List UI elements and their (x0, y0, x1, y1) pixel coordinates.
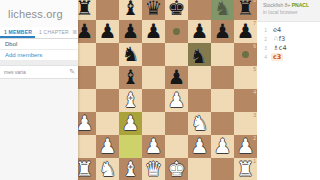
square-b2[interactable]: ♟ (96, 135, 119, 158)
square-f4[interactable] (188, 89, 211, 112)
rank-coordinate-7: 7 (253, 21, 256, 26)
square-c3[interactable]: ♟ (119, 112, 142, 135)
square-g1[interactable] (211, 158, 234, 180)
piece-black-pawn-f7[interactable]: ♟ (188, 20, 211, 43)
square-b7[interactable]: ♟ (96, 20, 119, 43)
square-h7[interactable]: ♟7 (234, 20, 257, 43)
square-f6[interactable]: ♞ (188, 43, 211, 66)
piece-white-pawn-c3[interactable]: ♟ (119, 112, 142, 135)
study-name-label: mes varia (0, 69, 69, 75)
member-row[interactable]: Dbol (0, 39, 78, 50)
square-h8[interactable]: ♜8 (234, 0, 257, 20)
move-list: 1e42♘f33♗c44c3 (257, 22, 320, 61)
square-f2[interactable]: ♟ (188, 135, 211, 158)
square-g5[interactable] (211, 66, 234, 89)
tab-members[interactable]: 1 MEMBER (0, 27, 35, 38)
piece-white-pawn-e4[interactable]: ♟ (165, 89, 188, 112)
piece-white-queen-d1[interactable]: ♛ (142, 158, 165, 180)
square-h3[interactable]: 3 (234, 112, 257, 135)
move-index: 1 (257, 27, 267, 33)
rank-coordinate-1: 1 (253, 159, 256, 164)
piece-white-pawn-g2[interactable]: ♟ (211, 135, 234, 158)
piece-black-pawn-b7[interactable]: ♟ (96, 20, 119, 43)
square-h4[interactable]: 4 (234, 89, 257, 112)
move-row-Nf3[interactable]: 2♘f3 (257, 34, 320, 43)
piece-black-bishop-c8[interactable]: ♝ (119, 0, 142, 20)
piece-white-bishop-c4[interactable]: ♝ (119, 89, 142, 112)
square-c4[interactable]: ♝ (119, 89, 142, 112)
edit-icon[interactable]: ✎ (69, 68, 78, 76)
lichess-study-window: ♜♝♛♚♞♜8♟♟♟♟♟♟♟7♞♞6♝♟5♝♟4♟♟♞3♟♟♟♟♟2♜♞♝♛♚♜… (0, 0, 320, 180)
piece-white-king-e1[interactable]: ♚ (165, 158, 188, 180)
engine-toggle[interactable]: Stockfish 8+ PNACL in local browser (257, 0, 320, 22)
study-name-row[interactable]: mes varia ✎ (0, 66, 78, 79)
square-b8[interactable] (96, 0, 119, 20)
square-e3[interactable] (165, 112, 188, 135)
move-dest-dot-e7[interactable] (173, 28, 180, 35)
analysis-panel: Stockfish 8+ PNACL in local browser 1e42… (257, 0, 320, 180)
piece-white-knight-b1[interactable]: ♞ (96, 158, 119, 180)
piece-white-knight-f3[interactable]: ♞ (188, 112, 211, 135)
square-g7[interactable]: ♟ (211, 20, 234, 43)
square-b3[interactable] (96, 112, 119, 135)
piece-black-knight-g8[interactable]: ♞ (211, 0, 234, 20)
square-c2[interactable] (119, 135, 142, 158)
rank-coordinate-5: 5 (253, 67, 256, 72)
engine-badge: PNACL (292, 2, 309, 8)
rank-coordinate-3: 3 (253, 113, 256, 118)
square-b5[interactable] (96, 66, 119, 89)
add-members-button[interactable]: Add members (0, 50, 78, 61)
piece-black-bishop-c5[interactable]: ♝ (119, 66, 142, 89)
sidebar-tabs: 1 MEMBER 1 CHAPTER ≣ (0, 27, 78, 39)
move-index: 3 (257, 45, 267, 51)
square-c1[interactable]: ♝ (119, 158, 142, 180)
square-g4[interactable] (211, 89, 234, 112)
square-h2[interactable]: ♟2 (234, 135, 257, 158)
square-d3[interactable] (142, 112, 165, 135)
lichess-logo[interactable]: lichess.org (0, 8, 63, 20)
square-f3[interactable]: ♞ (188, 112, 211, 135)
square-d5[interactable] (142, 66, 165, 89)
rank-coordinate-6: 6 (253, 44, 256, 49)
move-row-c3[interactable]: 4c3 (257, 52, 320, 61)
square-b6[interactable] (96, 43, 119, 66)
move-index: 4 (257, 54, 267, 60)
square-c5[interactable]: ♝ (119, 66, 142, 89)
move-row-Bc4[interactable]: 3♗c4 (257, 43, 320, 52)
rank-coordinate-8: 8 (253, 0, 256, 3)
square-h1[interactable]: ♜1 (234, 158, 257, 180)
square-h5[interactable]: 5 (234, 66, 257, 89)
move-san-e4[interactable]: e4 (271, 26, 283, 34)
chess-board[interactable]: ♜♝♛♚♞♜8♟♟♟♟♟♟♟7♞♞6♝♟5♝♟4♟♟♞3♟♟♟♟♟2♜♞♝♛♚♜… (73, 0, 257, 180)
rank-coordinate-4: 4 (253, 90, 256, 95)
piece-black-pawn-c7[interactable]: ♟ (119, 20, 142, 43)
square-b1[interactable]: ♞ (96, 158, 119, 180)
square-f8[interactable] (188, 0, 211, 20)
dragged-black-knight[interactable]: ♞ (187, 45, 210, 68)
square-g6[interactable] (211, 43, 234, 66)
square-d8[interactable]: ♛ (142, 0, 165, 20)
square-g2[interactable]: ♟ (211, 135, 234, 158)
move-san-c3[interactable]: c3 (271, 53, 283, 61)
piece-black-pawn-d7[interactable]: ♟ (142, 20, 165, 43)
piece-black-knight-c6[interactable]: ♞ (119, 43, 142, 66)
square-d6[interactable] (142, 43, 165, 66)
piece-black-rook-h8[interactable]: ♜ (234, 0, 257, 20)
piece-black-pawn-e5[interactable]: ♟ (165, 66, 188, 89)
piece-black-pawn-g7[interactable]: ♟ (211, 20, 234, 43)
square-f7[interactable]: ♟ (188, 20, 211, 43)
square-d7[interactable]: ♟ (142, 20, 165, 43)
piece-black-king-e8[interactable]: ♚ (165, 0, 188, 20)
move-index: 2 (257, 36, 267, 42)
piece-white-bishop-c1[interactable]: ♝ (119, 158, 142, 180)
square-c6[interactable]: ♞ (119, 43, 142, 66)
engine-name: Stockfish 8+ PNACL (263, 2, 317, 8)
move-san-Bc4[interactable]: ♗c4 (271, 44, 289, 52)
site-header: lichess.org (0, 0, 78, 27)
tab-chapters[interactable]: 1 CHAPTER (35, 27, 72, 38)
square-c7[interactable]: ♟ (119, 20, 142, 43)
square-e1[interactable]: ♚ (165, 158, 188, 180)
square-e4[interactable]: ♟ (165, 89, 188, 112)
move-dest-dot-h6[interactable] (242, 51, 249, 58)
square-f1[interactable] (188, 158, 211, 180)
member-name: Dbol (0, 41, 17, 47)
square-b4[interactable] (96, 89, 119, 112)
square-g3[interactable] (211, 112, 234, 135)
square-d4[interactable] (142, 89, 165, 112)
menu-icon[interactable]: ≣ (72, 27, 80, 38)
square-f5[interactable] (188, 66, 211, 89)
piece-white-pawn-b2[interactable]: ♟ (96, 135, 119, 158)
square-e7[interactable] (165, 20, 188, 43)
piece-white-pawn-f2[interactable]: ♟ (188, 135, 211, 158)
piece-black-queen-d8[interactable]: ♛ (142, 0, 165, 20)
square-e5[interactable]: ♟ (165, 66, 188, 89)
square-e2[interactable] (165, 135, 188, 158)
piece-white-pawn-d2[interactable]: ♟ (142, 135, 165, 158)
square-e6[interactable] (165, 43, 188, 66)
move-san-Nf3[interactable]: ♘f3 (271, 35, 287, 43)
square-d1[interactable]: ♛ (142, 158, 165, 180)
rank-coordinate-2: 2 (253, 136, 256, 141)
study-sidebar: lichess.org 1 MEMBER 1 CHAPTER ≣ Dbol Ad… (0, 0, 78, 180)
add-members-label: Add members (0, 52, 42, 58)
square-d2[interactable]: ♟ (142, 135, 165, 158)
square-h6[interactable]: 6 (234, 43, 257, 66)
square-g8[interactable]: ♞ (211, 0, 234, 20)
engine-location: in local browser (263, 9, 317, 15)
square-e8[interactable]: ♚ (165, 0, 188, 20)
move-row-e4[interactable]: 1e4 (257, 25, 320, 34)
square-c8[interactable]: ♝ (119, 0, 142, 20)
